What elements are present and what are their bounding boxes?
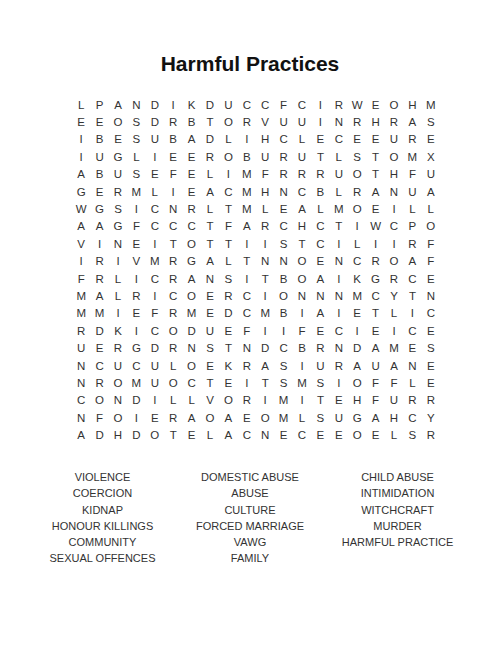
grid-cell-r17c15: I [330, 374, 348, 391]
grid-cell-r20c13: C [293, 426, 311, 443]
grid-cell-r6c2: E [90, 183, 108, 200]
grid-cell-r11c19: C [403, 270, 421, 287]
grid-cell-r14c5: C [146, 322, 164, 339]
grid-cell-r16c15: R [330, 357, 348, 374]
word-item: MURDER [295, 518, 500, 534]
grid-cell-r7c17: E [366, 200, 384, 217]
grid-cell-r13c15: I [330, 305, 348, 322]
grid-cell-r14c2: D [90, 322, 108, 339]
grid-cell-r18c19: R [403, 392, 421, 409]
grid-cell-r5c7: E [182, 166, 200, 183]
grid-cell-r8c2: A [90, 218, 108, 235]
grid-cell-r9c7: O [182, 235, 200, 252]
grid-cell-r18c13: I [293, 392, 311, 409]
grid-cell-r4c15: L [330, 148, 348, 165]
grid-cell-r14c17: E [366, 322, 384, 339]
grid-cell-r6c12: N [274, 183, 292, 200]
grid-cell-r3c14: E [311, 131, 329, 148]
grid-cell-r5c6: F [164, 166, 182, 183]
grid-cell-r10c18: O [385, 253, 403, 270]
grid-cell-r6c19: U [403, 183, 421, 200]
grid-cell-r15c10: N [238, 339, 256, 356]
grid-cell-r17c4: M [127, 374, 145, 391]
grid-cell-r14c8: U [201, 322, 219, 339]
grid-cell-r5c13: R [293, 166, 311, 183]
grid-cell-r4c17: T [366, 148, 384, 165]
grid-cell-r20c20: R [422, 426, 440, 443]
grid-cell-r5c8: L [201, 166, 219, 183]
grid-cell-r4c12: R [274, 148, 292, 165]
grid-cell-r12c19: T [403, 287, 421, 304]
grid-cell-r17c11: T [256, 374, 274, 391]
grid-cell-r3c9: L [219, 131, 237, 148]
grid-cell-r18c16: H [348, 392, 366, 409]
grid-cell-r5c14: R [311, 166, 329, 183]
grid-cell-r9c8: T [201, 235, 219, 252]
grid-cell-r4c13: U [293, 148, 311, 165]
grid-cell-r8c3: G [109, 218, 127, 235]
grid-cell-r13c10: C [238, 305, 256, 322]
grid-cell-r9c15: I [330, 235, 348, 252]
grid-cell-r19c12: M [274, 409, 292, 426]
grid-cell-r20c15: E [330, 426, 348, 443]
grid-cell-r10c9: L [219, 253, 237, 270]
grid-cell-r7c7: R [182, 200, 200, 217]
grid-cell-r12c13: N [293, 287, 311, 304]
grid-cell-r3c19: R [403, 131, 421, 148]
grid-cell-r16c17: U [366, 357, 384, 374]
grid-cell-r11c20: E [422, 270, 440, 287]
grid-cell-r6c7: E [182, 183, 200, 200]
grid-cell-r18c11: I [256, 392, 274, 409]
grid-cell-r1c18: O [385, 96, 403, 113]
puzzle-title: Harmful Practices [0, 52, 500, 76]
grid-cell-r2c5: D [146, 113, 164, 130]
grid-cell-r1c10: C [238, 96, 256, 113]
grid-cell-r13c3: I [109, 305, 127, 322]
grid-cell-r18c9: O [219, 392, 237, 409]
grid-cell-r8c17: W [366, 218, 384, 235]
grid-cell-r17c3: O [109, 374, 127, 391]
grid-cell-r2c1: E [72, 113, 90, 130]
grid-cell-r18c3: N [109, 392, 127, 409]
grid-cell-r15c18: M [385, 339, 403, 356]
grid-cell-r12c7: O [182, 287, 200, 304]
grid-cell-r12c3: L [109, 287, 127, 304]
word-item: CHILD ABUSE [295, 469, 500, 485]
grid-cell-r17c8: T [201, 374, 219, 391]
grid-cell-r17c13: M [293, 374, 311, 391]
grid-cell-r2c9: O [219, 113, 237, 130]
letter-grid: LPANDIKDUCCFCIRWEOHMEEOSDRBTORVUUINRHRAS… [72, 96, 440, 444]
word-list: VIOLENCECOERCIONKIDNAPHONOUR KILLINGSCOM… [0, 469, 500, 573]
grid-cell-r15c16: D [348, 339, 366, 356]
grid-cell-r4c11: U [256, 148, 274, 165]
grid-cell-r19c19: C [403, 409, 421, 426]
grid-cell-r10c5: M [146, 253, 164, 270]
grid-cell-r17c20: E [422, 374, 440, 391]
grid-cell-r20c1: A [72, 426, 90, 443]
grid-cell-r13c19: I [403, 305, 421, 322]
grid-cell-r16c6: L [164, 357, 182, 374]
grid-cell-r5c4: S [127, 166, 145, 183]
grid-cell-r19c16: G [348, 409, 366, 426]
grid-cell-r2c16: R [348, 113, 366, 130]
grid-cell-r11c16: K [348, 270, 366, 287]
grid-cell-r17c10: I [238, 374, 256, 391]
grid-cell-r14c4: I [127, 322, 145, 339]
grid-cell-r12c14: N [311, 287, 329, 304]
grid-cell-r13c6: R [164, 305, 182, 322]
grid-cell-r20c17: E [366, 426, 384, 443]
grid-cell-r12c17: C [366, 287, 384, 304]
grid-cell-r7c11: L [256, 200, 274, 217]
grid-cell-r6c20: A [422, 183, 440, 200]
word-item: HARMFUL PRACTICE [295, 534, 500, 550]
grid-cell-r5c10: M [238, 166, 256, 183]
grid-cell-r13c7: M [182, 305, 200, 322]
grid-cell-r8c10: A [238, 218, 256, 235]
grid-cell-r1c13: C [293, 96, 311, 113]
grid-cell-r7c2: G [90, 200, 108, 217]
grid-cell-r1c20: M [422, 96, 440, 113]
grid-cell-r10c14: E [311, 253, 329, 270]
grid-cell-r12c9: R [219, 287, 237, 304]
grid-cell-r7c15: M [330, 200, 348, 217]
grid-cell-r19c1: N [72, 409, 90, 426]
grid-cell-r11c7: A [182, 270, 200, 287]
grid-cell-r6c6: I [164, 183, 182, 200]
grid-cell-r1c16: W [348, 96, 366, 113]
grid-cell-r13c13: I [293, 305, 311, 322]
grid-cell-r9c9: T [219, 235, 237, 252]
grid-cell-r12c10: C [238, 287, 256, 304]
grid-cell-r6c11: H [256, 183, 274, 200]
grid-cell-r12c8: E [201, 287, 219, 304]
grid-cell-r16c3: U [109, 357, 127, 374]
grid-cell-r2c7: B [182, 113, 200, 130]
grid-cell-r1c14: I [311, 96, 329, 113]
grid-cell-r10c3: I [109, 253, 127, 270]
grid-cell-r11c15: I [330, 270, 348, 287]
grid-cell-r15c4: G [127, 339, 145, 356]
grid-cell-r12c20: N [422, 287, 440, 304]
grid-cell-r16c5: U [146, 357, 164, 374]
grid-cell-r6c5: L [146, 183, 164, 200]
grid-cell-r12c11: I [256, 287, 274, 304]
grid-cell-r14c14: E [311, 322, 329, 339]
grid-cell-r5c9: I [219, 166, 237, 183]
grid-cell-r11c1: F [72, 270, 90, 287]
grid-cell-r13c4: E [127, 305, 145, 322]
grid-cell-r20c16: O [348, 426, 366, 443]
grid-cell-r1c12: F [274, 96, 292, 113]
grid-cell-r6c4: M [127, 183, 145, 200]
grid-cell-r4c14: T [311, 148, 329, 165]
grid-cell-r13c11: M [256, 305, 274, 322]
grid-cell-r15c12: C [274, 339, 292, 356]
grid-cell-r8c1: A [72, 218, 90, 235]
grid-cell-r8c18: C [385, 218, 403, 235]
grid-cell-r6c16: R [348, 183, 366, 200]
grid-cell-r4c18: O [385, 148, 403, 165]
grid-cell-r15c15: N [330, 339, 348, 356]
grid-cell-r17c1: N [72, 374, 90, 391]
grid-cell-r10c7: G [182, 253, 200, 270]
grid-cell-r4c20: X [422, 148, 440, 165]
grid-cell-r2c3: O [109, 113, 127, 130]
grid-cell-r18c1: C [72, 392, 90, 409]
grid-cell-r3c6: B [164, 131, 182, 148]
grid-cell-r13c16: E [348, 305, 366, 322]
grid-cell-r18c15: E [330, 392, 348, 409]
grid-cell-r19c7: A [182, 409, 200, 426]
grid-cell-r1c6: I [164, 96, 182, 113]
grid-cell-r9c16: L [348, 235, 366, 252]
grid-cell-r7c14: L [311, 200, 329, 217]
grid-cell-r15c11: D [256, 339, 274, 356]
grid-cell-r12c18: Y [385, 287, 403, 304]
grid-cell-r18c20: R [422, 392, 440, 409]
grid-cell-r19c9: A [219, 409, 237, 426]
grid-cell-r2c2: E [90, 113, 108, 130]
grid-cell-r1c2: P [90, 96, 108, 113]
grid-cell-r18c10: R [238, 392, 256, 409]
grid-cell-r8c16: I [348, 218, 366, 235]
grid-cell-r13c14: A [311, 305, 329, 322]
grid-cell-r19c4: I [127, 409, 145, 426]
grid-cell-r19c20: Y [422, 409, 440, 426]
grid-cell-r6c15: L [330, 183, 348, 200]
grid-cell-r1c11: C [256, 96, 274, 113]
grid-cell-r6c8: A [201, 183, 219, 200]
grid-cell-r8c8: T [201, 218, 219, 235]
grid-cell-r16c1: N [72, 357, 90, 374]
grid-cell-r8c19: P [403, 218, 421, 235]
grid-cell-r20c14: E [311, 426, 329, 443]
grid-cell-r13c9: D [219, 305, 237, 322]
grid-cell-r12c15: N [330, 287, 348, 304]
grid-cell-r16c16: A [348, 357, 366, 374]
grid-cell-r11c2: R [90, 270, 108, 287]
grid-cell-r14c16: I [348, 322, 366, 339]
grid-cell-r15c14: R [311, 339, 329, 356]
word-item: FAMILY [145, 550, 355, 566]
grid-cell-r5c18: H [385, 166, 403, 183]
grid-cell-r4c19: M [403, 148, 421, 165]
grid-cell-r3c11: H [256, 131, 274, 148]
grid-cell-r2c6: R [164, 113, 182, 130]
grid-cell-r19c2: F [90, 409, 108, 426]
grid-cell-r1c9: U [219, 96, 237, 113]
grid-cell-r17c16: O [348, 374, 366, 391]
grid-cell-r5c16: O [348, 166, 366, 183]
grid-cell-r16c11: A [256, 357, 274, 374]
grid-cell-r14c20: E [422, 322, 440, 339]
grid-cell-r4c5: I [146, 148, 164, 165]
grid-cell-r17c19: L [403, 374, 421, 391]
grid-cell-r3c5: U [146, 131, 164, 148]
grid-cell-r4c9: O [219, 148, 237, 165]
grid-cell-r10c20: F [422, 253, 440, 270]
grid-cell-r12c6: C [164, 287, 182, 304]
grid-cell-r3c7: A [182, 131, 200, 148]
grid-cell-r16c12: S [274, 357, 292, 374]
grid-cell-r10c11: N [256, 253, 274, 270]
word-item: WITCHCRAFT [295, 502, 500, 518]
grid-cell-r8c7: C [182, 218, 200, 235]
grid-cell-r1c3: A [109, 96, 127, 113]
grid-cell-r1c19: H [403, 96, 421, 113]
grid-cell-r19c5: E [146, 409, 164, 426]
grid-cell-r12c12: O [274, 287, 292, 304]
grid-cell-r7c8: L [201, 200, 219, 217]
grid-cell-r8c14: C [311, 218, 329, 235]
grid-cell-r9c18: I [385, 235, 403, 252]
grid-cell-r12c4: R [127, 287, 145, 304]
grid-cell-r7c6: N [164, 200, 182, 217]
grid-cell-r19c6: R [164, 409, 182, 426]
grid-cell-r3c12: C [274, 131, 292, 148]
grid-cell-r2c17: H [366, 113, 384, 130]
grid-cell-r19c11: O [256, 409, 274, 426]
grid-cell-r1c5: D [146, 96, 164, 113]
grid-cell-r6c3: R [109, 183, 127, 200]
grid-cell-r11c8: N [201, 270, 219, 287]
grid-cell-r18c14: T [311, 392, 329, 409]
grid-cell-r10c12: N [274, 253, 292, 270]
grid-cell-r6c1: G [72, 183, 90, 200]
grid-cell-r9c20: F [422, 235, 440, 252]
grid-cell-r10c16: C [348, 253, 366, 270]
grid-cell-r1c17: E [366, 96, 384, 113]
grid-cell-r14c19: C [403, 322, 421, 339]
grid-cell-r12c16: M [348, 287, 366, 304]
grid-cell-r11c17: G [366, 270, 384, 287]
grid-cell-r12c1: M [72, 287, 90, 304]
grid-cell-r3c15: C [330, 131, 348, 148]
grid-cell-r4c1: I [72, 148, 90, 165]
grid-cell-r17c6: O [164, 374, 182, 391]
grid-cell-r13c17: T [366, 305, 384, 322]
word-list-column-3: CHILD ABUSEINTIMIDATIONWITCHCRAFTMURDERH… [295, 469, 500, 550]
grid-cell-r13c12: B [274, 305, 292, 322]
grid-cell-r14c1: R [72, 322, 90, 339]
grid-cell-r11c12: B [274, 270, 292, 287]
grid-cell-r13c1: M [72, 305, 90, 322]
grid-cell-r20c10: C [238, 426, 256, 443]
grid-cell-r7c1: W [72, 200, 90, 217]
word-item: INTIMIDATION [295, 485, 500, 501]
grid-cell-r9c17: I [366, 235, 384, 252]
grid-cell-r3c8: D [201, 131, 219, 148]
grid-cell-r17c9: E [219, 374, 237, 391]
grid-cell-r11c9: S [219, 270, 237, 287]
grid-cell-r6c13: C [293, 183, 311, 200]
grid-cell-r4c2: U [90, 148, 108, 165]
grid-cell-r9c13: T [293, 235, 311, 252]
grid-cell-r6c18: N [385, 183, 403, 200]
grid-cell-r16c10: R [238, 357, 256, 374]
grid-cell-r11c4: I [127, 270, 145, 287]
grid-cell-r3c13: L [293, 131, 311, 148]
grid-cell-r20c4: D [127, 426, 145, 443]
grid-cell-r16c20: E [422, 357, 440, 374]
grid-cell-r16c7: O [182, 357, 200, 374]
grid-cell-r6c14: B [311, 183, 329, 200]
grid-cell-r14c13: F [293, 322, 311, 339]
grid-cell-r1c7: K [182, 96, 200, 113]
grid-cell-r8c6: C [164, 218, 182, 235]
grid-cell-r1c15: R [330, 96, 348, 113]
grid-cell-r1c1: L [72, 96, 90, 113]
grid-cell-r4c8: R [201, 148, 219, 165]
grid-cell-r18c5: I [146, 392, 164, 409]
grid-cell-r5c12: R [274, 166, 292, 183]
grid-cell-r16c18: A [385, 357, 403, 374]
grid-cell-r14c18: I [385, 322, 403, 339]
grid-cell-r11c11: T [256, 270, 274, 287]
grid-cell-r19c15: U [330, 409, 348, 426]
grid-cell-r2c11: V [256, 113, 274, 130]
grid-cell-r15c2: E [90, 339, 108, 356]
grid-cell-r4c10: B [238, 148, 256, 165]
grid-cell-r10c8: A [201, 253, 219, 270]
grid-cell-r3c18: U [385, 131, 403, 148]
grid-cell-r15c1: U [72, 339, 90, 356]
grid-cell-r4c3: G [109, 148, 127, 165]
grid-cell-r11c3: L [109, 270, 127, 287]
grid-cell-r6c17: A [366, 183, 384, 200]
grid-cell-r8c13: H [293, 218, 311, 235]
grid-cell-r7c16: O [348, 200, 366, 217]
grid-cell-r7c5: C [146, 200, 164, 217]
grid-cell-r8c11: R [256, 218, 274, 235]
grid-cell-r16c4: C [127, 357, 145, 374]
grid-cell-r20c9: A [219, 426, 237, 443]
grid-cell-r2c14: I [311, 113, 329, 130]
grid-cell-r18c17: F [366, 392, 384, 409]
grid-cell-r8c9: F [219, 218, 237, 235]
grid-cell-r13c5: F [146, 305, 164, 322]
grid-cell-r7c9: T [219, 200, 237, 217]
grid-cell-r10c2: R [90, 253, 108, 270]
grid-cell-r20c8: L [201, 426, 219, 443]
grid-cell-r20c3: H [109, 426, 127, 443]
grid-cell-r7c4: I [127, 200, 145, 217]
grid-cell-r14c9: E [219, 322, 237, 339]
grid-cell-r5c5: E [146, 166, 164, 183]
grid-cell-r13c18: L [385, 305, 403, 322]
grid-cell-r10c4: V [127, 253, 145, 270]
grid-cell-r20c12: E [274, 426, 292, 443]
grid-cell-r2c15: N [330, 113, 348, 130]
grid-cell-r15c19: E [403, 339, 421, 356]
grid-cell-r15c8: S [201, 339, 219, 356]
grid-cell-r10c17: R [366, 253, 384, 270]
grid-cell-r3c1: I [72, 131, 90, 148]
grid-cell-r5c11: F [256, 166, 274, 183]
grid-cell-r17c5: U [146, 374, 164, 391]
grid-cell-r13c2: M [90, 305, 108, 322]
grid-cell-r3c3: E [109, 131, 127, 148]
grid-cell-r5c15: U [330, 166, 348, 183]
grid-cell-r5c19: F [403, 166, 421, 183]
grid-cell-r15c9: T [219, 339, 237, 356]
grid-cell-r7c3: S [109, 200, 127, 217]
grid-cell-r9c5: I [146, 235, 164, 252]
grid-cell-r11c18: R [385, 270, 403, 287]
